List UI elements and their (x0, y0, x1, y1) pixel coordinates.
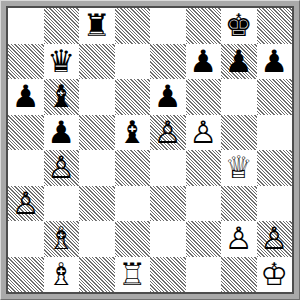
square-d1[interactable]: ♖ (115, 257, 151, 293)
square-a2[interactable] (8, 221, 44, 257)
square-g5[interactable] (221, 115, 257, 151)
piece-black-pawn[interactable]: ♟ (154, 79, 182, 114)
square-c1[interactable] (79, 257, 115, 293)
piece-white-queen[interactable]: ♕ (225, 150, 253, 185)
square-c5[interactable] (79, 115, 115, 151)
square-g6[interactable] (221, 79, 257, 115)
square-g7[interactable]: ♟ (221, 44, 257, 80)
square-h4[interactable] (257, 150, 293, 186)
square-h2[interactable]: ♙ (257, 221, 293, 257)
square-b7[interactable]: ♛ (44, 44, 80, 80)
piece-black-queen[interactable]: ♛ (47, 44, 75, 79)
square-c2[interactable] (79, 221, 115, 257)
square-e5[interactable]: ♙ (150, 115, 186, 151)
piece-black-pawn[interactable]: ♟ (189, 44, 217, 79)
square-h1[interactable]: ♔ (257, 257, 293, 293)
square-a4[interactable] (8, 150, 44, 186)
square-e6[interactable]: ♟ (150, 79, 186, 115)
piece-black-pawn[interactable]: ♟ (260, 44, 288, 79)
piece-white-pawn[interactable]: ♙ (154, 115, 182, 150)
square-b3[interactable] (44, 186, 80, 222)
square-g8[interactable]: ♚ (221, 8, 257, 44)
piece-black-bishop[interactable]: ♝ (47, 79, 75, 114)
square-d5[interactable]: ♝ (115, 115, 151, 151)
piece-white-king[interactable]: ♔ (260, 257, 288, 292)
piece-black-king[interactable]: ♚ (225, 8, 253, 43)
square-d3[interactable] (115, 186, 151, 222)
square-e2[interactable] (150, 221, 186, 257)
board-frame: ♜♚♛♟♟♟♟♝♟♟♝♙♙♙♕♙♗♙♙♗♖♔ (0, 0, 300, 300)
square-a3[interactable]: ♙ (8, 186, 44, 222)
square-f2[interactable] (186, 221, 222, 257)
square-h5[interactable] (257, 115, 293, 151)
square-f7[interactable]: ♟ (186, 44, 222, 80)
square-g4[interactable]: ♕ (221, 150, 257, 186)
square-d8[interactable] (115, 8, 151, 44)
square-g1[interactable] (221, 257, 257, 293)
square-d6[interactable] (115, 79, 151, 115)
square-d2[interactable] (115, 221, 151, 257)
square-c3[interactable] (79, 186, 115, 222)
square-f4[interactable] (186, 150, 222, 186)
piece-black-bishop[interactable]: ♝ (118, 115, 146, 150)
square-g3[interactable] (221, 186, 257, 222)
square-d4[interactable] (115, 150, 151, 186)
square-b2[interactable]: ♗ (44, 221, 80, 257)
square-b5[interactable]: ♟ (44, 115, 80, 151)
square-f3[interactable] (186, 186, 222, 222)
square-f5[interactable]: ♙ (186, 115, 222, 151)
square-b4[interactable]: ♙ (44, 150, 80, 186)
square-b6[interactable]: ♝ (44, 79, 80, 115)
square-e1[interactable] (150, 257, 186, 293)
square-h8[interactable] (257, 8, 293, 44)
square-h7[interactable]: ♟ (257, 44, 293, 80)
piece-black-rook[interactable]: ♜ (83, 8, 111, 43)
square-h3[interactable] (257, 186, 293, 222)
square-a7[interactable] (8, 44, 44, 80)
piece-black-pawn[interactable]: ♟ (47, 115, 75, 150)
piece-white-bishop[interactable]: ♗ (47, 257, 75, 292)
chess-board: ♜♚♛♟♟♟♟♝♟♟♝♙♙♙♕♙♗♙♙♗♖♔ (8, 8, 292, 292)
piece-black-pawn[interactable]: ♟ (225, 44, 253, 79)
square-a1[interactable] (8, 257, 44, 293)
square-b1[interactable]: ♗ (44, 257, 80, 293)
square-b8[interactable] (44, 8, 80, 44)
square-e4[interactable] (150, 150, 186, 186)
square-c8[interactable]: ♜ (79, 8, 115, 44)
square-c4[interactable] (79, 150, 115, 186)
piece-white-bishop[interactable]: ♗ (47, 221, 75, 256)
piece-white-pawn[interactable]: ♙ (189, 115, 217, 150)
square-e3[interactable] (150, 186, 186, 222)
square-c7[interactable] (79, 44, 115, 80)
square-a8[interactable] (8, 8, 44, 44)
piece-white-pawn[interactable]: ♙ (225, 221, 253, 256)
square-g2[interactable]: ♙ (221, 221, 257, 257)
square-f8[interactable] (186, 8, 222, 44)
piece-white-pawn[interactable]: ♙ (260, 221, 288, 256)
square-h6[interactable] (257, 79, 293, 115)
square-e7[interactable] (150, 44, 186, 80)
piece-black-pawn[interactable]: ♟ (12, 79, 40, 114)
piece-white-pawn[interactable]: ♙ (47, 150, 75, 185)
square-a6[interactable]: ♟ (8, 79, 44, 115)
square-d7[interactable] (115, 44, 151, 80)
square-e8[interactable] (150, 8, 186, 44)
square-a5[interactable] (8, 115, 44, 151)
piece-white-pawn[interactable]: ♙ (12, 186, 40, 221)
square-f6[interactable] (186, 79, 222, 115)
board-inner-border: ♜♚♛♟♟♟♟♝♟♟♝♙♙♙♕♙♗♙♙♗♖♔ (6, 6, 294, 294)
square-f1[interactable] (186, 257, 222, 293)
piece-white-rook[interactable]: ♖ (118, 257, 146, 292)
square-c6[interactable] (79, 79, 115, 115)
